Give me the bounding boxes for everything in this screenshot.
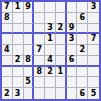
given-cell-r3c6[interactable]: 2 bbox=[56, 24, 67, 35]
empty-cell-r6c8[interactable] bbox=[77, 56, 88, 67]
empty-cell-r2c5[interactable] bbox=[45, 13, 56, 24]
empty-cell-r2c6[interactable] bbox=[56, 13, 67, 24]
given-cell-r3c7[interactable]: 9 bbox=[67, 24, 78, 35]
given-cell-r1c9[interactable]: 3 bbox=[88, 2, 99, 13]
empty-cell-r5c9[interactable] bbox=[88, 45, 99, 56]
given-cell-r6c5[interactable]: 4 bbox=[45, 56, 56, 67]
empty-cell-r9c4[interactable] bbox=[34, 88, 45, 99]
empty-cell-r3c8[interactable] bbox=[77, 24, 88, 35]
empty-cell-r8c7[interactable] bbox=[67, 77, 78, 88]
empty-cell-r3c9[interactable] bbox=[88, 24, 99, 35]
empty-cell-r7c3[interactable] bbox=[24, 67, 35, 78]
empty-cell-r5c2[interactable] bbox=[13, 45, 24, 56]
given-cell-r4c5[interactable]: 1 bbox=[45, 34, 56, 45]
empty-cell-r8c1[interactable] bbox=[2, 77, 13, 88]
empty-cell-r7c2[interactable] bbox=[13, 67, 24, 78]
empty-cell-r3c3[interactable] bbox=[24, 24, 35, 35]
given-cell-r5c4[interactable]: 7 bbox=[34, 45, 45, 56]
given-cell-r1c1[interactable]: 7 bbox=[2, 2, 13, 13]
empty-cell-r4c4[interactable] bbox=[34, 34, 45, 45]
sudoku-puzzle: 719386329137472284682152365 bbox=[0, 0, 101, 101]
empty-cell-r9c5[interactable] bbox=[45, 88, 56, 99]
empty-cell-r1c7[interactable] bbox=[67, 2, 78, 13]
empty-cell-r8c5[interactable] bbox=[45, 77, 56, 88]
empty-cell-r5c6[interactable] bbox=[56, 45, 67, 56]
given-cell-r1c2[interactable]: 1 bbox=[13, 2, 24, 13]
given-cell-r7c5[interactable]: 2 bbox=[45, 67, 56, 78]
empty-cell-r8c6[interactable] bbox=[56, 77, 67, 88]
empty-cell-r5c5[interactable] bbox=[45, 45, 56, 56]
empty-cell-r8c2[interactable] bbox=[13, 77, 24, 88]
given-cell-r8c3[interactable]: 5 bbox=[24, 77, 35, 88]
empty-cell-r2c2[interactable] bbox=[13, 13, 24, 24]
given-cell-r2c1[interactable]: 8 bbox=[2, 13, 13, 24]
empty-cell-r8c4[interactable] bbox=[34, 77, 45, 88]
empty-cell-r8c9[interactable] bbox=[88, 77, 99, 88]
given-cell-r4c7[interactable]: 3 bbox=[67, 34, 78, 45]
given-cell-r9c8[interactable]: 6 bbox=[77, 88, 88, 99]
empty-cell-r1c8[interactable] bbox=[77, 2, 88, 13]
empty-cell-r5c7[interactable] bbox=[67, 45, 78, 56]
empty-cell-r4c8[interactable] bbox=[77, 34, 88, 45]
empty-cell-r6c6[interactable] bbox=[56, 56, 67, 67]
empty-cell-r9c3[interactable] bbox=[24, 88, 35, 99]
given-cell-r9c1[interactable]: 2 bbox=[2, 88, 13, 99]
given-cell-r6c2[interactable]: 2 bbox=[13, 56, 24, 67]
empty-cell-r9c7[interactable] bbox=[67, 88, 78, 99]
empty-cell-r2c9[interactable] bbox=[88, 13, 99, 24]
empty-cell-r1c4[interactable] bbox=[34, 2, 45, 13]
empty-cell-r2c7[interactable] bbox=[67, 13, 78, 24]
empty-cell-r6c9[interactable] bbox=[88, 56, 99, 67]
empty-cell-r1c5[interactable] bbox=[45, 2, 56, 13]
empty-cell-r7c1[interactable] bbox=[2, 67, 13, 78]
empty-cell-r2c3[interactable] bbox=[24, 13, 35, 24]
given-cell-r4c9[interactable]: 7 bbox=[88, 34, 99, 45]
empty-cell-r6c4[interactable] bbox=[34, 56, 45, 67]
empty-cell-r9c6[interactable] bbox=[56, 88, 67, 99]
empty-cell-r2c4[interactable] bbox=[34, 13, 45, 24]
empty-cell-r4c6[interactable] bbox=[56, 34, 67, 45]
given-cell-r5c1[interactable]: 4 bbox=[2, 45, 13, 56]
given-cell-r9c9[interactable]: 5 bbox=[88, 88, 99, 99]
empty-cell-r7c7[interactable] bbox=[67, 67, 78, 78]
empty-cell-r4c1[interactable] bbox=[2, 34, 13, 45]
given-cell-r6c7[interactable]: 6 bbox=[67, 56, 78, 67]
empty-cell-r3c2[interactable] bbox=[13, 24, 24, 35]
given-cell-r3c5[interactable]: 3 bbox=[45, 24, 56, 35]
given-cell-r2c8[interactable]: 6 bbox=[77, 13, 88, 24]
given-cell-r7c4[interactable]: 8 bbox=[34, 67, 45, 78]
empty-cell-r4c3[interactable] bbox=[24, 34, 35, 45]
given-cell-r9c2[interactable]: 3 bbox=[13, 88, 24, 99]
empty-cell-r8c8[interactable] bbox=[77, 77, 88, 88]
empty-cell-r6c1[interactable] bbox=[2, 56, 13, 67]
sudoku-board: 719386329137472284682152365 bbox=[0, 0, 101, 101]
given-cell-r7c6[interactable]: 1 bbox=[56, 67, 67, 78]
empty-cell-r3c4[interactable] bbox=[34, 24, 45, 35]
empty-cell-r1c6[interactable] bbox=[56, 2, 67, 13]
empty-cell-r7c9[interactable] bbox=[88, 67, 99, 78]
given-cell-r5c8[interactable]: 2 bbox=[77, 45, 88, 56]
empty-cell-r4c2[interactable] bbox=[13, 34, 24, 45]
empty-cell-r7c8[interactable] bbox=[77, 67, 88, 78]
given-cell-r1c3[interactable]: 9 bbox=[24, 2, 35, 13]
empty-cell-r3c1[interactable] bbox=[2, 24, 13, 35]
empty-cell-r5c3[interactable] bbox=[24, 45, 35, 56]
given-cell-r6c3[interactable]: 8 bbox=[24, 56, 35, 67]
